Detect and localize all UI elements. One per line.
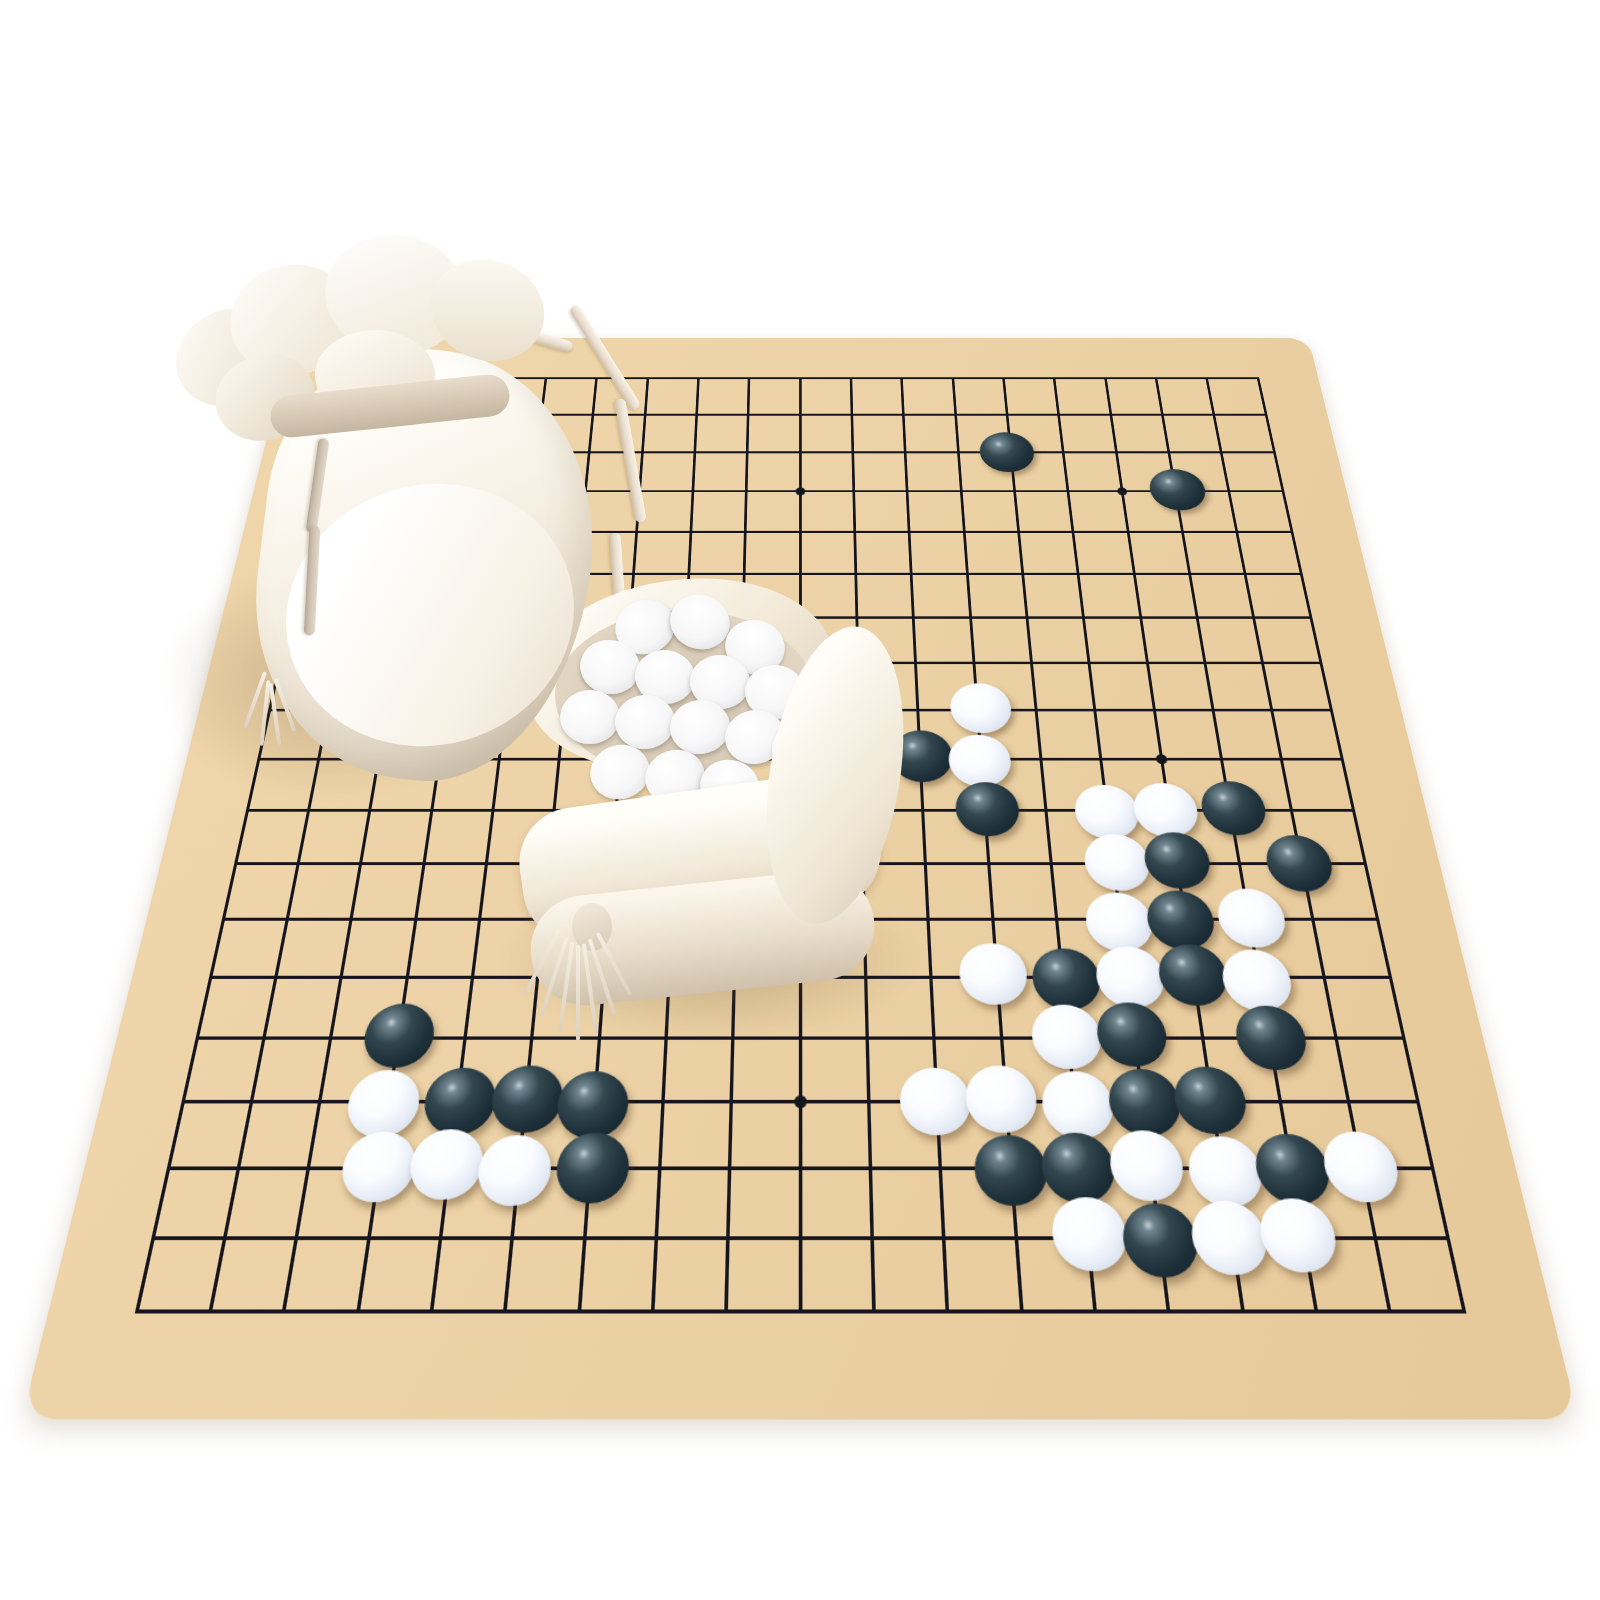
black-stone[interactable] <box>1105 1069 1184 1136</box>
star-point <box>795 487 805 495</box>
black-stone[interactable] <box>1093 1003 1170 1067</box>
tassel-strand <box>596 932 632 996</box>
photo-canvas <box>0 0 1600 1600</box>
tassel-strand <box>523 928 561 995</box>
white-stone[interactable] <box>1050 1197 1131 1271</box>
white-stone[interactable] <box>1219 950 1297 1012</box>
white-stone[interactable] <box>1187 1201 1272 1275</box>
white-stone[interactable] <box>1093 946 1168 1008</box>
white-stone[interactable] <box>406 1129 487 1199</box>
black-stone[interactable] <box>1144 891 1218 950</box>
black-stone[interactable] <box>555 1071 631 1139</box>
white-stone[interactable] <box>949 683 1013 733</box>
black-stone[interactable] <box>1198 781 1270 835</box>
black-stone[interactable] <box>488 1066 565 1133</box>
black-stone[interactable] <box>1170 1067 1250 1134</box>
black-stone[interactable] <box>1141 832 1214 888</box>
black-stone[interactable] <box>421 1068 500 1135</box>
white-stone[interactable] <box>1040 1071 1117 1139</box>
black-stone[interactable] <box>973 1135 1050 1206</box>
black-stone[interactable] <box>1251 1134 1335 1205</box>
white-stone[interactable] <box>1072 785 1142 839</box>
black-stone[interactable] <box>554 1133 631 1204</box>
white-stone[interactable] <box>1184 1136 1267 1207</box>
stone-bag-closed[interactable] <box>175 235 595 775</box>
black-stone[interactable] <box>978 432 1036 472</box>
tassel-strand <box>576 945 580 1041</box>
black-stone[interactable] <box>1030 949 1104 1011</box>
white-stone[interactable] <box>1030 1005 1105 1069</box>
star-point <box>1155 754 1167 764</box>
star-point <box>1116 487 1127 495</box>
white-stone[interactable] <box>343 1070 424 1137</box>
white-stone[interactable] <box>958 943 1030 1004</box>
black-stone[interactable] <box>1039 1133 1118 1204</box>
black-stone[interactable] <box>1232 1006 1312 1070</box>
white-stone[interactable] <box>964 1066 1039 1133</box>
star-point <box>794 1095 807 1108</box>
open-bag-tassel <box>520 895 640 1035</box>
grid-line <box>135 1309 1466 1313</box>
black-stone[interactable] <box>360 1004 438 1068</box>
white-stone[interactable] <box>1130 783 1201 837</box>
white-stone[interactable] <box>898 1068 972 1135</box>
white-stone[interactable] <box>1106 1130 1187 1200</box>
white-stone[interactable] <box>337 1132 420 1203</box>
white-stone[interactable] <box>1081 834 1152 890</box>
white-stone[interactable] <box>1256 1198 1342 1272</box>
white-stone[interactable] <box>474 1135 553 1206</box>
black-stone[interactable] <box>954 782 1021 836</box>
black-stone[interactable] <box>1119 1203 1202 1277</box>
grid-line <box>900 377 949 1313</box>
white-stone[interactable] <box>1214 889 1290 948</box>
white-stone[interactable] <box>1318 1132 1404 1203</box>
black-stone[interactable] <box>1147 469 1209 510</box>
black-stone[interactable] <box>1261 835 1336 891</box>
black-stone[interactable] <box>1155 944 1231 1005</box>
white-stone[interactable] <box>947 735 1013 787</box>
white-stone[interactable] <box>1083 893 1156 952</box>
